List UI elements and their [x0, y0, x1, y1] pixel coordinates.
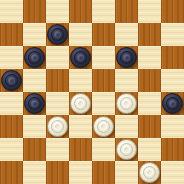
square-r1c7	[161, 23, 184, 46]
black-piece[interactable]	[70, 47, 91, 68]
square-r3c1	[23, 69, 46, 92]
square-r0c2	[46, 0, 69, 23]
square-r5c0[interactable]	[0, 115, 23, 138]
square-r3c0[interactable]	[0, 69, 23, 92]
square-r2c7[interactable]	[161, 46, 184, 69]
white-piece[interactable]	[70, 93, 91, 114]
square-r2c2	[46, 46, 69, 69]
square-r1c5	[115, 23, 138, 46]
square-r1c1	[23, 23, 46, 46]
square-r1c6[interactable]	[138, 23, 161, 46]
black-piece[interactable]	[47, 24, 68, 45]
square-r7c0[interactable]	[0, 161, 23, 184]
square-r4c1[interactable]	[23, 92, 46, 115]
square-r3c2[interactable]	[46, 69, 69, 92]
square-r3c4[interactable]	[92, 69, 115, 92]
square-r0c5[interactable]	[115, 0, 138, 23]
square-r6c0	[0, 138, 23, 161]
square-r0c3[interactable]	[69, 0, 92, 23]
square-r0c7[interactable]	[161, 0, 184, 23]
white-piece[interactable]	[116, 139, 137, 160]
square-r3c3	[69, 69, 92, 92]
square-r1c2[interactable]	[46, 23, 69, 46]
square-r4c6	[138, 92, 161, 115]
square-r7c6[interactable]	[138, 161, 161, 184]
white-piece[interactable]	[116, 93, 137, 114]
white-piece[interactable]	[93, 116, 114, 137]
square-r1c0[interactable]	[0, 23, 23, 46]
square-r2c6	[138, 46, 161, 69]
square-r5c4[interactable]	[92, 115, 115, 138]
square-r7c7	[161, 161, 184, 184]
square-r5c6[interactable]	[138, 115, 161, 138]
square-r2c4	[92, 46, 115, 69]
white-piece[interactable]	[47, 116, 68, 137]
square-r4c5[interactable]	[115, 92, 138, 115]
square-r6c1[interactable]	[23, 138, 46, 161]
square-r6c4	[92, 138, 115, 161]
black-piece[interactable]	[1, 70, 22, 91]
square-r3c7	[161, 69, 184, 92]
square-r4c0	[0, 92, 23, 115]
square-r0c1[interactable]	[23, 0, 46, 23]
square-r7c3	[69, 161, 92, 184]
square-r7c5	[115, 161, 138, 184]
square-r6c3[interactable]	[69, 138, 92, 161]
square-r2c5[interactable]	[115, 46, 138, 69]
square-r7c2[interactable]	[46, 161, 69, 184]
square-r0c0	[0, 0, 23, 23]
square-r4c2	[46, 92, 69, 115]
square-r4c4	[92, 92, 115, 115]
square-r5c7	[161, 115, 184, 138]
square-r2c1[interactable]	[23, 46, 46, 69]
square-r0c6	[138, 0, 161, 23]
square-r5c2[interactable]	[46, 115, 69, 138]
square-r7c4[interactable]	[92, 161, 115, 184]
square-r6c6	[138, 138, 161, 161]
square-r3c5	[115, 69, 138, 92]
black-piece[interactable]	[24, 93, 45, 114]
square-r5c1	[23, 115, 46, 138]
black-piece[interactable]	[116, 47, 137, 68]
square-r6c7[interactable]	[161, 138, 184, 161]
black-piece[interactable]	[162, 93, 183, 114]
square-r3c6[interactable]	[138, 69, 161, 92]
square-r2c3[interactable]	[69, 46, 92, 69]
square-r6c2	[46, 138, 69, 161]
black-piece[interactable]	[24, 47, 45, 68]
square-r5c5	[115, 115, 138, 138]
square-r5c3	[69, 115, 92, 138]
square-r7c1	[23, 161, 46, 184]
square-r2c0	[0, 46, 23, 69]
square-r6c5[interactable]	[115, 138, 138, 161]
square-r1c4[interactable]	[92, 23, 115, 46]
white-piece[interactable]	[139, 162, 160, 183]
square-r1c3	[69, 23, 92, 46]
square-r4c7[interactable]	[161, 92, 184, 115]
square-r0c4	[92, 0, 115, 23]
checkers-board	[0, 0, 184, 184]
square-r4c3[interactable]	[69, 92, 92, 115]
